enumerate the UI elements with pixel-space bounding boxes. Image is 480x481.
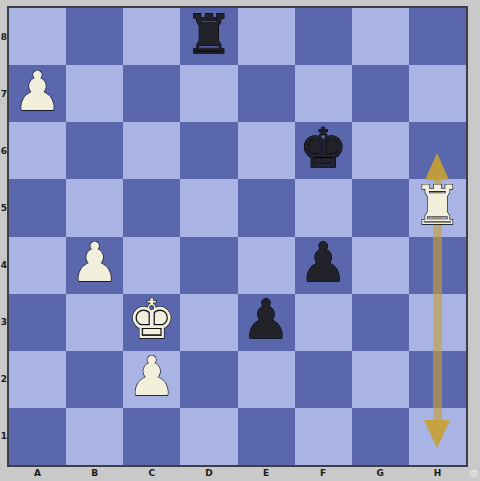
corner-dot-icon <box>470 470 478 478</box>
square-f6[interactable]: ♚ <box>295 122 352 179</box>
board-frame: ♜♟♚♜♟♟♚♟♟ <box>7 6 468 467</box>
black-rook-d8[interactable]: ♜ <box>185 8 233 62</box>
square-c3[interactable]: ♚ <box>123 294 180 351</box>
rank-label-6: 6 <box>0 122 8 179</box>
square-f5[interactable] <box>295 179 352 236</box>
black-king-f6[interactable]: ♚ <box>299 122 347 176</box>
square-d4[interactable] <box>180 237 237 294</box>
square-d8[interactable]: ♜ <box>180 8 237 65</box>
square-h3[interactable] <box>409 294 466 351</box>
rank-label-4: 4 <box>0 237 8 294</box>
square-e2[interactable] <box>238 351 295 408</box>
square-a6[interactable] <box>9 122 66 179</box>
file-label-g: G <box>352 466 409 479</box>
square-c6[interactable] <box>123 122 180 179</box>
square-h6[interactable] <box>409 122 466 179</box>
square-c2[interactable]: ♟ <box>123 351 180 408</box>
square-h7[interactable] <box>409 65 466 122</box>
square-b1[interactable] <box>66 408 123 465</box>
square-h5[interactable]: ♜ <box>409 179 466 236</box>
square-a4[interactable] <box>9 237 66 294</box>
square-g6[interactable] <box>352 122 409 179</box>
square-h1[interactable] <box>409 408 466 465</box>
square-a8[interactable] <box>9 8 66 65</box>
square-b8[interactable] <box>66 8 123 65</box>
black-pawn-e3[interactable]: ♟ <box>242 293 290 347</box>
square-h2[interactable] <box>409 351 466 408</box>
square-d6[interactable] <box>180 122 237 179</box>
square-d2[interactable] <box>180 351 237 408</box>
square-d5[interactable] <box>180 179 237 236</box>
rank-label-8: 8 <box>0 8 8 65</box>
square-g5[interactable] <box>352 179 409 236</box>
square-a3[interactable] <box>9 294 66 351</box>
square-g8[interactable] <box>352 8 409 65</box>
white-king-c3[interactable]: ♚ <box>128 293 176 347</box>
square-g7[interactable] <box>352 65 409 122</box>
square-c4[interactable] <box>123 237 180 294</box>
rank-label-5: 5 <box>0 179 8 236</box>
square-b7[interactable] <box>66 65 123 122</box>
square-b4[interactable]: ♟ <box>66 237 123 294</box>
rank-label-7: 7 <box>0 65 8 122</box>
square-g3[interactable] <box>352 294 409 351</box>
square-a1[interactable] <box>9 408 66 465</box>
square-b6[interactable] <box>66 122 123 179</box>
square-e1[interactable] <box>238 408 295 465</box>
chess-board[interactable]: ♜♟♚♜♟♟♚♟♟ <box>9 8 466 465</box>
square-f7[interactable] <box>295 65 352 122</box>
square-c7[interactable] <box>123 65 180 122</box>
square-f4[interactable]: ♟ <box>295 237 352 294</box>
square-h8[interactable] <box>409 8 466 65</box>
white-pawn-c2[interactable]: ♟ <box>128 350 176 404</box>
square-d3[interactable] <box>180 294 237 351</box>
square-g4[interactable] <box>352 237 409 294</box>
square-d7[interactable] <box>180 65 237 122</box>
square-b5[interactable] <box>66 179 123 236</box>
square-h4[interactable] <box>409 237 466 294</box>
square-c1[interactable] <box>123 408 180 465</box>
black-pawn-f4[interactable]: ♟ <box>299 236 347 290</box>
square-c5[interactable] <box>123 179 180 236</box>
square-e6[interactable] <box>238 122 295 179</box>
file-labels: ABCDEFGH <box>9 466 466 479</box>
square-a7[interactable]: ♟ <box>9 65 66 122</box>
square-e5[interactable] <box>238 179 295 236</box>
square-c8[interactable] <box>123 8 180 65</box>
file-label-f: F <box>295 466 352 479</box>
chess-app-window: ♜♟♚♜♟♟♚♟♟ 87654321 ABCDEFGH <box>0 0 480 481</box>
square-e7[interactable] <box>238 65 295 122</box>
square-e4[interactable] <box>238 237 295 294</box>
square-f1[interactable] <box>295 408 352 465</box>
square-f3[interactable] <box>295 294 352 351</box>
square-g1[interactable] <box>352 408 409 465</box>
square-b3[interactable] <box>66 294 123 351</box>
square-g2[interactable] <box>352 351 409 408</box>
square-a5[interactable] <box>9 179 66 236</box>
white-pawn-a7[interactable]: ♟ <box>13 65 61 119</box>
square-f2[interactable] <box>295 351 352 408</box>
file-label-e: E <box>238 466 295 479</box>
white-pawn-b4[interactable]: ♟ <box>70 236 118 290</box>
rank-label-1: 1 <box>0 408 8 465</box>
file-label-h: H <box>409 466 466 479</box>
file-label-a: A <box>9 466 66 479</box>
file-label-b: B <box>66 466 123 479</box>
file-label-d: D <box>180 466 237 479</box>
square-e8[interactable] <box>238 8 295 65</box>
square-f8[interactable] <box>295 8 352 65</box>
rank-label-3: 3 <box>0 294 8 351</box>
square-b2[interactable] <box>66 351 123 408</box>
square-e3[interactable]: ♟ <box>238 294 295 351</box>
square-a2[interactable] <box>9 351 66 408</box>
file-label-c: C <box>123 466 180 479</box>
white-rook-h5[interactable]: ♜ <box>413 179 461 233</box>
square-d1[interactable] <box>180 408 237 465</box>
rank-labels: 87654321 <box>0 8 8 465</box>
rank-label-2: 2 <box>0 351 8 408</box>
